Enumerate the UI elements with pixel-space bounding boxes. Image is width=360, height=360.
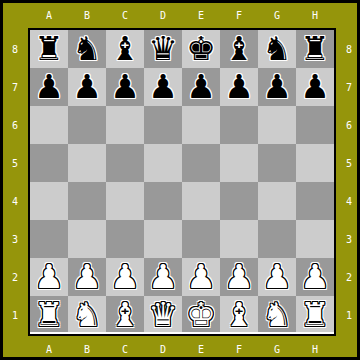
file-label-top-e: E — [182, 7, 220, 23]
board-squares: ♜♞♝♛♚♝♞♜♟♟♟♟♟♟♟♟♟♟♟♟♟♟♟♟♜♞♝♛♚♝♞♜ — [30, 30, 334, 334]
square-h4[interactable] — [296, 182, 334, 220]
square-h2[interactable]: ♟ — [296, 258, 334, 296]
rank-label-right-2: 2 — [339, 258, 359, 296]
square-e8[interactable]: ♚ — [182, 30, 220, 68]
piece-black-pawn[interactable]: ♟ — [300, 68, 330, 106]
file-label-bottom-a: A — [30, 341, 68, 357]
square-e3[interactable] — [182, 220, 220, 258]
piece-white-pawn[interactable]: ♟ — [148, 258, 178, 296]
square-f5[interactable] — [220, 144, 258, 182]
file-label-top-d: D — [144, 7, 182, 23]
file-label-top-h: H — [296, 7, 334, 23]
file-label-bottom-d: D — [144, 341, 182, 357]
square-d6[interactable] — [144, 106, 182, 144]
chess-app-window: ABCDEFGH ABCDEFGH 87654321 87654321 ♜♞♝♛… — [0, 0, 360, 360]
piece-black-bishop[interactable]: ♝ — [224, 30, 254, 68]
square-e7[interactable]: ♟ — [182, 68, 220, 106]
rank-label-right-4: 4 — [339, 182, 359, 220]
file-label-top-b: B — [68, 7, 106, 23]
piece-black-pawn[interactable]: ♟ — [72, 68, 102, 106]
square-a5[interactable] — [30, 144, 68, 182]
square-c1[interactable]: ♝ — [106, 296, 144, 334]
piece-black-rook[interactable]: ♜ — [34, 30, 64, 68]
square-a2[interactable]: ♟ — [30, 258, 68, 296]
rank-labels-right: 87654321 — [339, 30, 359, 334]
file-label-top-c: C — [106, 7, 144, 23]
square-b4[interactable] — [68, 182, 106, 220]
file-labels-top: ABCDEFGH — [30, 7, 334, 23]
square-b7[interactable]: ♟ — [68, 68, 106, 106]
square-f4[interactable] — [220, 182, 258, 220]
piece-black-pawn[interactable]: ♟ — [34, 68, 64, 106]
square-b5[interactable] — [68, 144, 106, 182]
piece-black-pawn[interactable]: ♟ — [262, 68, 292, 106]
piece-white-rook[interactable]: ♜ — [300, 296, 330, 334]
square-h8[interactable]: ♜ — [296, 30, 334, 68]
piece-black-knight[interactable]: ♞ — [72, 30, 102, 68]
rank-label-left-1: 1 — [5, 296, 25, 334]
file-label-top-a: A — [30, 7, 68, 23]
square-d8[interactable]: ♛ — [144, 30, 182, 68]
square-c2[interactable]: ♟ — [106, 258, 144, 296]
piece-black-bishop[interactable]: ♝ — [110, 30, 140, 68]
piece-white-king[interactable]: ♚ — [186, 296, 216, 334]
square-f1[interactable]: ♝ — [220, 296, 258, 334]
square-e2[interactable]: ♟ — [182, 258, 220, 296]
square-f7[interactable]: ♟ — [220, 68, 258, 106]
rank-label-left-6: 6 — [5, 106, 25, 144]
rank-label-right-3: 3 — [339, 220, 359, 258]
square-e6[interactable] — [182, 106, 220, 144]
piece-black-pawn[interactable]: ♟ — [224, 68, 254, 106]
file-label-bottom-g: G — [258, 341, 296, 357]
square-d7[interactable]: ♟ — [144, 68, 182, 106]
square-a8[interactable]: ♜ — [30, 30, 68, 68]
piece-white-knight[interactable]: ♞ — [72, 296, 102, 334]
square-b1[interactable]: ♞ — [68, 296, 106, 334]
square-g6[interactable] — [258, 106, 296, 144]
file-labels-bottom: ABCDEFGH — [30, 341, 334, 357]
piece-white-queen[interactable]: ♛ — [148, 296, 178, 334]
rank-label-left-3: 3 — [5, 220, 25, 258]
piece-black-queen[interactable]: ♛ — [148, 30, 178, 68]
rank-label-left-4: 4 — [5, 182, 25, 220]
square-c4[interactable] — [106, 182, 144, 220]
piece-white-knight[interactable]: ♞ — [262, 296, 292, 334]
piece-white-rook[interactable]: ♜ — [34, 296, 64, 334]
piece-black-rook[interactable]: ♜ — [300, 30, 330, 68]
square-a4[interactable] — [30, 182, 68, 220]
rank-label-right-8: 8 — [339, 30, 359, 68]
rank-label-right-1: 1 — [339, 296, 359, 334]
square-c3[interactable] — [106, 220, 144, 258]
square-f6[interactable] — [220, 106, 258, 144]
square-h1[interactable]: ♜ — [296, 296, 334, 334]
square-f8[interactable]: ♝ — [220, 30, 258, 68]
rank-labels-left: 87654321 — [5, 30, 25, 334]
rank-label-right-5: 5 — [339, 144, 359, 182]
square-b2[interactable]: ♟ — [68, 258, 106, 296]
piece-white-pawn[interactable]: ♟ — [224, 258, 254, 296]
piece-black-pawn[interactable]: ♟ — [148, 68, 178, 106]
square-b8[interactable]: ♞ — [68, 30, 106, 68]
square-g2[interactable]: ♟ — [258, 258, 296, 296]
square-a7[interactable]: ♟ — [30, 68, 68, 106]
square-c6[interactable] — [106, 106, 144, 144]
square-c8[interactable]: ♝ — [106, 30, 144, 68]
square-f3[interactable] — [220, 220, 258, 258]
piece-white-pawn[interactable]: ♟ — [186, 258, 216, 296]
piece-black-king[interactable]: ♚ — [186, 30, 216, 68]
rank-label-left-2: 2 — [5, 258, 25, 296]
file-label-bottom-h: H — [296, 341, 334, 357]
piece-white-bishop[interactable]: ♝ — [110, 296, 140, 334]
file-label-top-g: G — [258, 7, 296, 23]
square-g7[interactable]: ♟ — [258, 68, 296, 106]
rank-label-right-6: 6 — [339, 106, 359, 144]
square-c7[interactable]: ♟ — [106, 68, 144, 106]
square-a3[interactable] — [30, 220, 68, 258]
file-label-bottom-c: C — [106, 341, 144, 357]
square-b3[interactable] — [68, 220, 106, 258]
rank-label-left-7: 7 — [5, 68, 25, 106]
square-a6[interactable] — [30, 106, 68, 144]
rank-label-left-5: 5 — [5, 144, 25, 182]
piece-white-pawn[interactable]: ♟ — [300, 258, 330, 296]
square-g1[interactable]: ♞ — [258, 296, 296, 334]
square-g3[interactable] — [258, 220, 296, 258]
piece-white-pawn[interactable]: ♟ — [34, 258, 64, 296]
square-d5[interactable] — [144, 144, 182, 182]
piece-white-pawn[interactable]: ♟ — [110, 258, 140, 296]
file-label-bottom-f: F — [220, 341, 258, 357]
square-e1[interactable]: ♚ — [182, 296, 220, 334]
piece-black-pawn[interactable]: ♟ — [110, 68, 140, 106]
piece-white-pawn[interactable]: ♟ — [262, 258, 292, 296]
square-g8[interactable]: ♞ — [258, 30, 296, 68]
piece-black-pawn[interactable]: ♟ — [186, 68, 216, 106]
square-d1[interactable]: ♛ — [144, 296, 182, 334]
square-d4[interactable] — [144, 182, 182, 220]
square-h6[interactable] — [296, 106, 334, 144]
square-b6[interactable] — [68, 106, 106, 144]
square-d3[interactable] — [144, 220, 182, 258]
square-h5[interactable] — [296, 144, 334, 182]
square-a1[interactable]: ♜ — [30, 296, 68, 334]
square-h7[interactable]: ♟ — [296, 68, 334, 106]
file-label-bottom-b: B — [68, 341, 106, 357]
square-f2[interactable]: ♟ — [220, 258, 258, 296]
chess-board: ♜♞♝♛♚♝♞♜♟♟♟♟♟♟♟♟♟♟♟♟♟♟♟♟♜♞♝♛♚♝♞♜ — [28, 28, 336, 336]
piece-white-bishop[interactable]: ♝ — [224, 296, 254, 334]
piece-black-knight[interactable]: ♞ — [262, 30, 292, 68]
rank-label-left-8: 8 — [5, 30, 25, 68]
piece-white-pawn[interactable]: ♟ — [72, 258, 102, 296]
square-g5[interactable] — [258, 144, 296, 182]
square-d2[interactable]: ♟ — [144, 258, 182, 296]
square-e4[interactable] — [182, 182, 220, 220]
file-label-top-f: F — [220, 7, 258, 23]
file-label-bottom-e: E — [182, 341, 220, 357]
square-e5[interactable] — [182, 144, 220, 182]
rank-label-right-7: 7 — [339, 68, 359, 106]
square-g4[interactable] — [258, 182, 296, 220]
square-h3[interactable] — [296, 220, 334, 258]
square-c5[interactable] — [106, 144, 144, 182]
